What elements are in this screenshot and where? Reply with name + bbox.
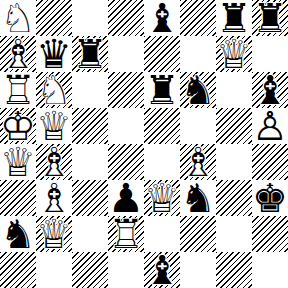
square-f8[interactable] [180,0,216,36]
square-h3[interactable]: ♚♚ [252,180,288,216]
square-d2[interactable]: ♜♖ [108,216,144,252]
square-h1[interactable] [252,252,288,288]
square-g1[interactable] [216,252,252,288]
square-f1[interactable] [180,252,216,288]
square-h8[interactable]: ♜♜ [252,0,288,36]
white-queen-piece[interactable]: ♕ [36,216,72,252]
square-d5[interactable] [108,108,144,144]
square-g3[interactable] [216,180,252,216]
black-bishop-piece[interactable]: ♝ [144,252,180,288]
black-king-piece[interactable]: ♚ [252,180,288,216]
square-e1[interactable]: ♝♝ [144,252,180,288]
square-e3[interactable]: ♛♕ [144,180,180,216]
square-a4[interactable]: ♛♕ [0,144,36,180]
square-e5[interactable] [144,108,180,144]
square-g6[interactable] [216,72,252,108]
white-pawn-piece[interactable]: ♙ [252,108,288,144]
square-g4[interactable] [216,144,252,180]
square-f6[interactable]: ♞♞ [180,72,216,108]
square-a2[interactable]: ♞♞ [0,216,36,252]
square-d6[interactable] [108,72,144,108]
square-g7[interactable]: ♛♕ [216,36,252,72]
square-a1[interactable] [0,252,36,288]
square-c4[interactable] [72,144,108,180]
white-queen-piece[interactable]: ♕ [216,36,252,72]
square-g5[interactable] [216,108,252,144]
square-d8[interactable] [108,0,144,36]
square-d1[interactable] [108,252,144,288]
square-c5[interactable] [72,108,108,144]
square-e8[interactable]: ♝♝ [144,0,180,36]
square-c1[interactable] [72,252,108,288]
square-b1[interactable] [36,252,72,288]
black-knight-piece[interactable]: ♞ [0,216,36,252]
square-c3[interactable] [72,180,108,216]
black-rook-piece[interactable]: ♜ [72,36,108,72]
square-c6[interactable] [72,72,108,108]
square-b2[interactable]: ♛♕ [36,216,72,252]
white-queen-piece[interactable]: ♕ [144,180,180,216]
square-c2[interactable] [72,216,108,252]
black-rook-piece[interactable]: ♜ [252,0,288,36]
square-e6[interactable]: ♜♜ [144,72,180,108]
white-queen-piece[interactable]: ♕ [0,144,36,180]
black-knight-piece[interactable]: ♞ [180,180,216,216]
square-c7[interactable]: ♜♜ [72,36,108,72]
square-f2[interactable] [180,216,216,252]
square-h5[interactable]: ♟♙ [252,108,288,144]
black-rook-piece[interactable]: ♜ [144,72,180,108]
square-f3[interactable]: ♞♞ [180,180,216,216]
black-knight-piece[interactable]: ♞ [180,72,216,108]
square-d7[interactable] [108,36,144,72]
black-bishop-piece[interactable]: ♝ [144,0,180,36]
white-rook-piece[interactable]: ♖ [108,216,144,252]
square-g2[interactable] [216,216,252,252]
chess-board: ♞♘♝♝♜♜♜♜♝♗♛♛♜♜♛♕♜♖♞♘♜♜♞♞♝♝♚♔♛♕♟♙♛♕♝♗♝♗♝♗… [0,0,288,288]
square-h2[interactable] [252,216,288,252]
